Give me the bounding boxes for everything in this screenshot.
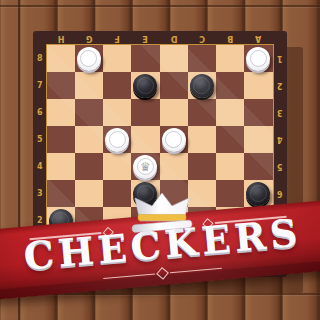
square-e6[interactable] bbox=[131, 99, 159, 126]
square-d8[interactable] bbox=[160, 45, 188, 72]
ornament-line bbox=[103, 273, 155, 279]
square-c5[interactable] bbox=[188, 126, 216, 153]
square-f6[interactable] bbox=[103, 99, 131, 126]
square-b7[interactable] bbox=[216, 72, 244, 99]
square-h8[interactable] bbox=[47, 45, 75, 72]
square-f3[interactable] bbox=[103, 180, 131, 207]
square-d5[interactable] bbox=[160, 126, 188, 153]
square-e7[interactable] bbox=[131, 72, 159, 99]
coordinate-label: 4 bbox=[277, 126, 283, 153]
square-b3[interactable] bbox=[216, 180, 244, 207]
square-f5[interactable] bbox=[103, 126, 131, 153]
square-h7[interactable] bbox=[47, 72, 75, 99]
coordinate-label: 5 bbox=[277, 153, 283, 180]
square-d6[interactable] bbox=[160, 99, 188, 126]
square-a4[interactable] bbox=[244, 153, 272, 180]
square-b8[interactable] bbox=[216, 45, 244, 72]
coordinate-label: 6 bbox=[277, 180, 283, 207]
square-h5[interactable] bbox=[47, 126, 75, 153]
square-a3[interactable] bbox=[244, 180, 272, 207]
coordinate-label: B bbox=[216, 31, 244, 45]
square-a5[interactable] bbox=[244, 126, 272, 153]
ornament-line bbox=[169, 267, 221, 273]
coordinate-label: E bbox=[131, 31, 159, 45]
square-g5[interactable] bbox=[75, 126, 103, 153]
coordinate-label: C bbox=[188, 31, 216, 45]
square-f8[interactable] bbox=[103, 45, 131, 72]
square-b5[interactable] bbox=[216, 126, 244, 153]
square-a8[interactable] bbox=[244, 45, 272, 72]
square-h3[interactable] bbox=[47, 180, 75, 207]
coordinate-label: H bbox=[47, 31, 75, 45]
coordinate-label: 6 bbox=[37, 99, 43, 126]
square-e5[interactable] bbox=[131, 126, 159, 153]
coordinate-label: 1 bbox=[277, 45, 283, 72]
square-g7[interactable] bbox=[75, 72, 103, 99]
white-man-piece[interactable] bbox=[77, 47, 101, 71]
file-labels-top: HGFEDCBA bbox=[47, 31, 273, 45]
coordinate-label: F bbox=[103, 31, 131, 45]
white-man-piece[interactable] bbox=[105, 128, 129, 152]
white-king-piece[interactable]: ♛ bbox=[133, 155, 157, 179]
coordinate-label: 3 bbox=[277, 99, 283, 126]
square-c8[interactable] bbox=[188, 45, 216, 72]
square-g3[interactable] bbox=[75, 180, 103, 207]
black-man-piece[interactable] bbox=[190, 74, 214, 98]
crown-icon bbox=[128, 190, 196, 238]
coordinate-label: A bbox=[244, 31, 272, 45]
square-d7[interactable] bbox=[160, 72, 188, 99]
square-a7[interactable] bbox=[244, 72, 272, 99]
square-f4[interactable] bbox=[103, 153, 131, 180]
square-c7[interactable] bbox=[188, 72, 216, 99]
coordinate-label: 3 bbox=[37, 180, 43, 207]
king-crown-icon: ♛ bbox=[133, 155, 157, 179]
square-c6[interactable] bbox=[188, 99, 216, 126]
coordinate-label: 8 bbox=[37, 45, 43, 72]
square-c4[interactable] bbox=[188, 153, 216, 180]
square-h6[interactable] bbox=[47, 99, 75, 126]
coordinate-label: D bbox=[160, 31, 188, 45]
checkers-game-icon: HGFEDCBA 87654321 12345678 ♛ bbox=[0, 0, 320, 320]
square-g4[interactable] bbox=[75, 153, 103, 180]
coordinate-label: 4 bbox=[37, 153, 43, 180]
coordinate-label: G bbox=[75, 31, 103, 45]
white-man-piece[interactable] bbox=[162, 128, 186, 152]
square-f7[interactable] bbox=[103, 72, 131, 99]
square-b6[interactable] bbox=[216, 99, 244, 126]
square-h4[interactable] bbox=[47, 153, 75, 180]
black-man-piece[interactable] bbox=[246, 182, 270, 206]
square-e4[interactable]: ♛ bbox=[131, 153, 159, 180]
black-man-piece[interactable] bbox=[133, 74, 157, 98]
coordinate-label: 5 bbox=[37, 126, 43, 153]
square-g8[interactable] bbox=[75, 45, 103, 72]
diamond-ornament-icon bbox=[156, 267, 169, 280]
square-e8[interactable] bbox=[131, 45, 159, 72]
square-b4[interactable] bbox=[216, 153, 244, 180]
square-a6[interactable] bbox=[244, 99, 272, 126]
coordinate-label: 2 bbox=[277, 72, 283, 99]
white-man-piece[interactable] bbox=[246, 47, 270, 71]
coordinate-label: 7 bbox=[37, 72, 43, 99]
square-d4[interactable] bbox=[160, 153, 188, 180]
square-g6[interactable] bbox=[75, 99, 103, 126]
wood-seam bbox=[0, 5, 320, 7]
